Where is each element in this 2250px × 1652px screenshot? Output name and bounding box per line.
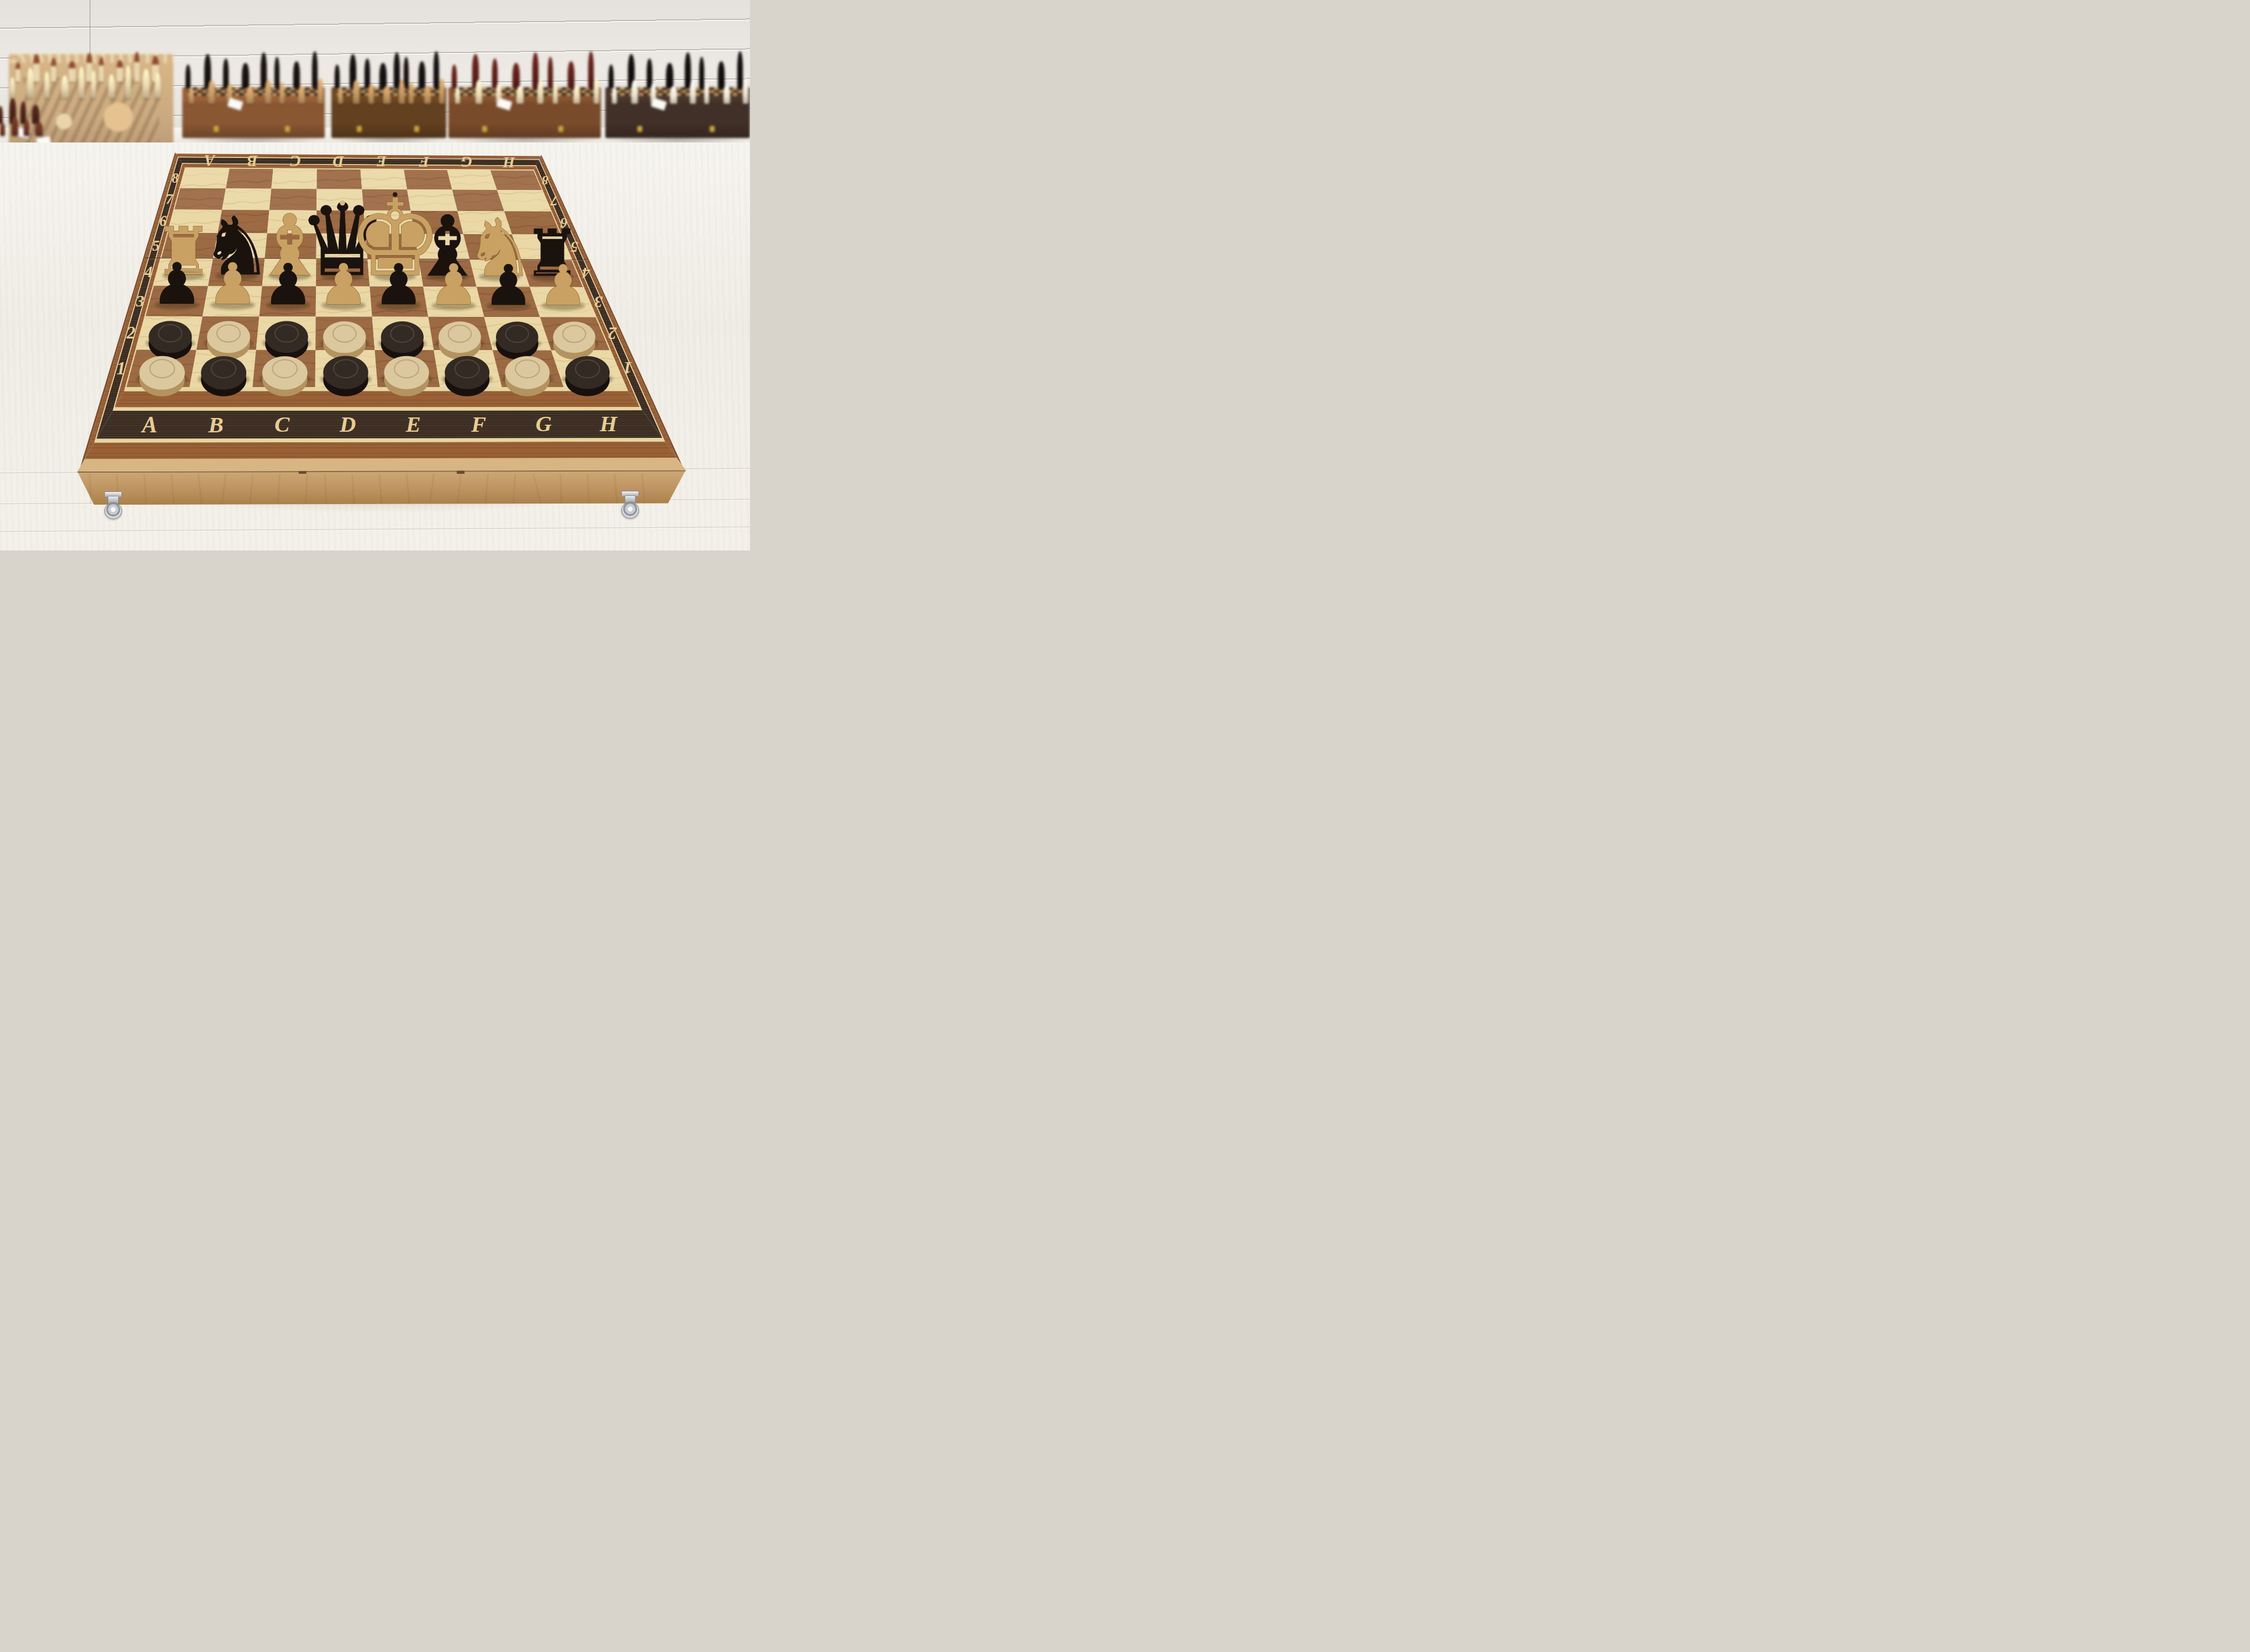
folding-chess-board: AABBCCDDEEFFGGHH8877665544332211 ♜♞♝♛♚♝♞…	[0, 0, 750, 550]
svg-text:♟: ♟	[151, 251, 202, 317]
coord-rank-left-2: 2	[126, 323, 135, 342]
piece-dark-pawn-g3: ♟	[483, 253, 534, 318]
coord-file-bottom-E: E	[405, 412, 421, 437]
coord-file-top-B: B	[247, 152, 258, 170]
coord-rank-left-1: 1	[117, 358, 126, 378]
piece-dark-checker-f1: ●●	[441, 343, 493, 401]
piece-light-checker-a1: ●●	[136, 343, 188, 401]
svg-text:♟: ♟	[207, 251, 258, 317]
coord-rank-left-8: 8	[172, 171, 178, 186]
piece-dark-checker-h1: ●●	[562, 344, 613, 401]
piece-dark-pawn-c3: ♟	[263, 252, 314, 317]
svg-text:●: ●	[320, 343, 371, 394]
piece-dark-pawn-a3: ♟	[151, 251, 202, 317]
case-front	[77, 470, 685, 505]
piece-light-checker-c1: ●●	[259, 343, 311, 401]
svg-text:♟: ♟	[318, 252, 368, 317]
piece-light-checker-g1: ●●	[502, 344, 553, 401]
clasp-left	[103, 491, 123, 526]
svg-text:●: ●	[198, 343, 250, 395]
clasp-right	[620, 491, 640, 525]
svg-text:♟: ♟	[483, 253, 534, 318]
coord-file-bottom-A: A	[140, 412, 157, 437]
coord-rank-left-3: 3	[135, 292, 144, 310]
shop-photo-scene: AABBCCDDEEFFGGHH8877665544332211 ♜♞♝♛♚♝♞…	[0, 0, 750, 550]
coord-file-bottom-G: G	[536, 411, 552, 436]
piece-light-pawn-f3: ♟	[429, 252, 479, 317]
piece-light-checker-e1: ●●	[381, 343, 432, 401]
svg-text:♟: ♟	[538, 253, 588, 318]
coord-file-top-C: C	[290, 152, 301, 170]
svg-text:●: ●	[502, 344, 553, 394]
coord-file-bottom-F: F	[471, 412, 486, 437]
coord-file-top-D: D	[332, 153, 345, 170]
coord-file-bottom-H: H	[599, 411, 618, 436]
svg-text:●: ●	[441, 343, 493, 394]
svg-text:●: ●	[562, 344, 613, 394]
coord-file-bottom-B: B	[208, 412, 223, 437]
front-lit-edge	[77, 458, 685, 472]
coord-file-top-H: H	[502, 154, 515, 171]
coord-file-top-F: F	[419, 153, 430, 171]
piece-dark-checker-b1: ●●	[198, 343, 250, 401]
coord-file-top-A: A	[204, 152, 216, 169]
coord-file-bottom-D: D	[339, 412, 356, 437]
piece-dark-checker-d1: ●●	[320, 343, 371, 401]
coord-rank-right-2: 2	[608, 324, 617, 343]
coord-file-bottom-C: C	[274, 412, 290, 437]
piece-light-pawn-d3: ♟	[318, 252, 368, 317]
coord-rank-right-8: 8	[542, 173, 548, 188]
svg-text:●: ●	[381, 343, 432, 394]
piece-light-pawn-h3: ♟	[538, 253, 588, 318]
piece-light-pawn-b3: ♟	[207, 251, 258, 317]
coord-rank-right-7: 7	[550, 193, 558, 208]
svg-text:♟: ♟	[263, 252, 314, 317]
coord-rank-right-1: 1	[623, 358, 632, 378]
svg-text:♟: ♟	[429, 252, 479, 317]
piece-dark-pawn-e3: ♟	[373, 252, 424, 317]
svg-text:●: ●	[136, 343, 188, 395]
coord-file-top-E: E	[376, 153, 387, 170]
coord-rank-left-7: 7	[166, 191, 173, 206]
svg-text:●: ●	[259, 343, 311, 395]
coord-file-top-G: G	[461, 153, 472, 171]
coord-rank-right-3: 3	[594, 293, 603, 311]
latch-keeper	[457, 470, 464, 474]
svg-text:♟: ♟	[373, 252, 424, 317]
